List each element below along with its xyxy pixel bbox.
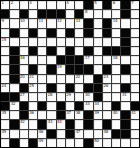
clue-number: 36 [29,111,34,115]
grid-cell-r15c4[interactable] [29,130,37,138]
block-cell-r8c6 [47,65,55,73]
grid-cell-r12c10[interactable]: 33 [84,102,92,110]
grid-cell-r7c15[interactable] [131,56,139,64]
clue-number: 4 [66,1,68,5]
grid-cell-r13c15[interactable]: 41 [131,111,139,119]
clue-number: 16 [20,56,25,60]
grid-cell-r13c6[interactable] [47,111,55,119]
grid-cell-r5c2[interactable] [10,38,18,46]
grid-cell-r4c11[interactable] [94,29,102,37]
clue-number: 45 [2,130,7,134]
block-cell-r10c3 [20,84,28,92]
block-cell-r2c6 [47,10,55,18]
block-cell-r14c14 [121,120,129,128]
grid-cell-r2c4[interactable] [29,10,37,18]
block-cell-r15c8 [66,130,74,138]
grid-cell-r14c1[interactable] [1,120,9,128]
block-cell-r12c13 [112,102,120,110]
grid-cell-r2c10[interactable]: 8 [84,10,92,18]
clue-number: 32 [11,102,16,106]
grid-cell-r3c8[interactable] [66,19,74,27]
grid-cell-r11c12[interactable] [103,93,111,101]
block-cell-r2c3 [20,10,28,18]
grid-cell-r9c6[interactable] [47,75,55,83]
clue-number: 1 [2,1,4,5]
grid-cell-r15c7[interactable] [57,130,65,138]
clue-number: 10 [20,19,25,23]
grid-cell-r14c15[interactable] [131,120,139,128]
clue-number: 31 [122,93,127,97]
grid-cell-r7c6[interactable] [47,56,55,64]
grid-cell-r11c15[interactable] [131,93,139,101]
grid-cell-r1c4[interactable]: 3 [29,1,37,9]
grid-cell-r13c12[interactable] [103,111,111,119]
block-cell-r10c11 [94,84,102,92]
grid-cell-r5c12[interactable] [103,38,111,46]
grid-cell-r7c5[interactable] [38,56,46,64]
grid-cell-r5c8[interactable] [66,38,74,46]
grid-cell-r9c14[interactable] [121,75,129,83]
clue-number: 25 [29,84,34,88]
grid-cell-r7c10[interactable]: 17 [84,56,92,64]
grid-cell-r11c13[interactable] [112,93,120,101]
grid-cell-r6c7[interactable] [57,47,65,55]
grid-cell-r5c4[interactable] [29,38,37,46]
block-cell-r7c9 [75,56,83,64]
grid-cell-r1c5[interactable] [38,1,46,9]
grid-cell-r11c9[interactable] [75,93,83,101]
block-cell-r8c9 [75,65,83,73]
clue-number: 38 [76,111,81,115]
grid-cell-r4c1[interactable] [1,29,9,37]
block-cell-r3c12 [103,19,111,27]
grid-cell-r14c3[interactable]: 42 [20,120,28,128]
block-cell-r14c8 [66,120,74,128]
block-cell-r16c2 [10,139,18,147]
clue-number: 30 [85,93,90,97]
grid-cell-r7c4[interactable] [29,56,37,64]
block-cell-r9c11 [94,75,102,83]
block-cell-r12c7 [57,102,65,110]
grid-cell-r13c8[interactable]: 37 [66,111,74,119]
block-cell-r10c6 [47,84,55,92]
block-cell-r10c14 [121,84,129,92]
grid-cell-r5c15[interactable] [131,38,139,46]
clue-number: 2 [11,1,13,5]
block-cell-r9c2 [10,75,18,83]
grid-cell-r1c2[interactable]: 2 [10,1,18,9]
grid-cell-r14c4[interactable] [29,120,37,128]
block-cell-r7c7 [57,56,65,64]
clue-number: 14 [113,19,118,23]
grid-cell-r7c12[interactable] [103,56,111,64]
block-cell-r1c14 [121,1,129,9]
block-cell-r3c10 [84,19,92,27]
block-cell-r12c9 [75,102,83,110]
grid-cell-r12c8[interactable] [66,102,74,110]
grid-cell-r12c14[interactable] [121,102,129,110]
grid-cell-r15c5[interactable]: 46 [38,130,46,138]
grid-cell-r14c11[interactable] [94,120,102,128]
grid-cell-r1c13[interactable]: 6 [112,1,120,9]
clue-number: 21 [29,75,34,79]
grid-cell-r9c9[interactable]: 22 [75,75,83,83]
grid-cell-r1c15[interactable]: 7 [131,1,139,9]
block-cell-r16c4 [29,139,37,147]
grid-cell-r15c1[interactable]: 45 [1,130,9,138]
clue-number: 43 [48,120,53,124]
block-cell-r13c7 [57,111,65,119]
grid-cell-r13c9[interactable]: 38 [75,111,83,119]
block-cell-r10c8 [66,84,74,92]
clue-number: 49 [39,139,44,143]
grid-cell-r7c11[interactable] [94,56,102,64]
clue-number: 15 [2,38,7,42]
block-cell-r12c1 [1,102,9,110]
grid-cell-r16c8[interactable] [66,139,74,147]
grid-cell-r2c12[interactable] [103,10,111,18]
grid-cell-r16c12[interactable] [103,139,111,147]
grid-cell-r10c1[interactable]: 24 [1,84,9,92]
grid-cell-r6c3[interactable] [20,47,28,55]
block-cell-r6c4 [29,47,37,55]
block-cell-r14c12 [103,120,111,128]
clue-number: 35 [2,111,7,115]
grid-cell-r3c13[interactable]: 14 [112,19,120,27]
clue-number: 29 [66,93,71,97]
grid-cell-r3c7[interactable]: 12 [57,19,65,27]
grid-cell-r5c9[interactable] [75,38,83,46]
block-cell-r5c14 [121,38,129,46]
block-cell-r12c3 [20,102,28,110]
grid-cell-r11c6[interactable]: 28 [47,93,55,101]
block-cell-r8c4 [29,65,37,73]
grid-cell-r13c13[interactable]: 40 [112,111,120,119]
grid-cell-r4c13[interactable] [112,29,120,37]
clue-number: 3 [29,1,31,5]
grid-cell-r15c9[interactable]: 47 [75,130,83,138]
grid-cell-r2c2[interactable] [10,10,18,18]
grid-cell-r16c14[interactable] [121,139,129,147]
clue-number: 50 [94,139,99,143]
grid-cell-r13c4[interactable]: 36 [29,111,37,119]
block-cell-r2c1 [1,10,9,18]
clue-number: 44 [57,120,62,124]
block-cell-r12c15 [131,102,139,110]
block-cell-r8c2 [10,65,18,73]
block-cell-r16c10 [84,139,92,147]
grid-cell-r5c1[interactable]: 15 [1,38,9,46]
clue-number: 26 [103,84,108,88]
grid-cell-r11c14[interactable]: 31 [121,93,129,101]
grid-cell-r5c13[interactable] [112,38,120,46]
grid-cell-r6c15[interactable] [131,47,139,55]
grid-cell-r3c15[interactable] [131,19,139,27]
grid-cell-r8c11[interactable] [94,65,102,73]
grid-cell-r9c5[interactable] [38,75,46,83]
block-cell-r12c5 [38,102,46,110]
grid-cell-r2c8[interactable] [66,10,74,18]
block-cell-r4c2 [10,29,18,37]
grid-cell-r10c5[interactable] [38,84,46,92]
block-cell-r8c10 [84,65,92,73]
grid-cell-r1c6[interactable] [47,1,55,9]
grid-cell-r3c2[interactable] [10,19,18,27]
clue-number: 11 [39,19,44,23]
grid-cell-r6c11[interactable] [94,47,102,55]
grid-cell-r15c10[interactable] [84,130,92,138]
block-cell-r2c7 [57,10,65,18]
block-cell-r11c1 [1,93,9,101]
grid-cell-r11c3[interactable]: 27 [20,93,28,101]
block-cell-r1c12 [103,1,111,9]
grid-cell-r16c6[interactable] [47,139,55,147]
block-cell-r8c8 [66,65,74,73]
block-cell-r4c8 [66,29,74,37]
clue-number: 28 [48,93,53,97]
clue-number: 46 [39,130,44,134]
clue-number: 13 [76,19,81,23]
block-cell-r11c11 [94,93,102,101]
block-cell-r10c10 [84,84,92,92]
grid-cell-r14c9[interactable] [75,120,83,128]
grid-cell-r12c11[interactable]: 34 [94,102,102,110]
grid-cell-r9c4[interactable]: 21 [29,75,37,83]
grid-cell-r12c4[interactable] [29,102,37,110]
grid-cell-r3c1[interactable]: 9 [1,19,9,27]
grid-cell-r16c11[interactable]: 50 [94,139,102,147]
grid-cell-r3c4[interactable] [29,19,37,27]
grid-cell-r16c9[interactable] [75,139,83,147]
grid-cell-r16c3[interactable] [20,139,28,147]
clue-number: 8 [85,10,87,14]
clue-number: 42 [20,120,25,124]
block-cell-r4c14 [121,29,129,37]
grid-cell-r13c2[interactable] [10,111,18,119]
block-cell-r13c14 [121,111,129,119]
grid-cell-r8c7[interactable]: 19 [57,65,65,73]
grid-cell-r5c10[interactable] [84,38,92,46]
grid-cell-r10c13[interactable] [112,84,120,92]
clue-number: 7 [131,1,133,5]
grid-cell-r9c10[interactable] [84,75,92,83]
grid-cell-r13c11[interactable]: 39 [94,111,102,119]
grid-cell-r13c1[interactable]: 35 [1,111,9,119]
grid-cell-r5c6[interactable] [47,38,55,46]
clue-number: 24 [2,84,7,88]
block-cell-r14c2 [10,120,18,128]
grid-cell-r10c4[interactable]: 25 [29,84,37,92]
grid-cell-r9c1[interactable] [1,75,9,83]
clue-number: 9 [2,19,4,23]
block-cell-r7c8 [66,56,74,64]
block-cell-r11c2 [10,93,18,101]
grid-cell-r14c13[interactable] [112,120,120,128]
grid-cell-r15c12[interactable]: 48 [103,130,111,138]
grid-cell-r16c5[interactable]: 49 [38,139,46,147]
grid-cell-r6c1[interactable] [1,47,9,55]
clue-number: 37 [66,111,71,115]
clue-number: 41 [131,111,136,115]
grid-cell-r15c15[interactable] [131,130,139,138]
grid-cell-r11c8[interactable]: 29 [66,93,74,101]
clue-number: 12 [57,19,62,23]
grid-cell-r4c7[interactable] [57,29,65,37]
grid-cell-r16c13[interactable] [112,139,120,147]
block-cell-r1c10 [84,1,92,9]
grid-cell-r8c15[interactable] [131,65,139,73]
grid-cell-r1c9[interactable] [75,1,83,9]
grid-cell-r7c3[interactable]: 16 [20,56,28,64]
block-cell-r13c3 [20,111,28,119]
grid-cell-r5c11[interactable] [94,38,102,46]
grid-cell-r1c7[interactable] [57,1,65,9]
grid-cell-r16c1[interactable] [1,139,9,147]
grid-cell-r5c3[interactable] [20,38,28,46]
grid-cell-r6c9[interactable] [75,47,83,55]
clue-number: 19 [57,65,62,69]
block-cell-r7c2 [10,56,18,64]
grid-cell-r13c5[interactable] [38,111,46,119]
grid-cell-r1c1[interactable]: 1 [1,1,9,9]
grid-cell-r6c5[interactable] [38,47,46,55]
block-cell-r4c4 [29,29,37,37]
block-cell-r2c5 [38,10,46,18]
grid-cell-r11c4[interactable] [29,93,37,101]
grid-cell-r2c11[interactable] [94,10,102,18]
grid-cell-r3c14[interactable] [121,19,129,27]
grid-cell-r15c2[interactable] [10,130,18,138]
grid-cell-r1c8[interactable]: 4 [66,1,74,9]
grid-cell-r15c3[interactable] [20,130,28,138]
grid-cell-r1c11[interactable]: 5 [94,1,102,9]
grid-cell-r11c10[interactable]: 30 [84,93,92,101]
grid-cell-r9c13[interactable] [112,75,120,83]
block-cell-r8c12 [103,65,111,73]
block-cell-r6c6 [47,47,55,55]
grid-cell-r12c6[interactable] [47,102,55,110]
block-cell-r6c8 [66,47,74,55]
grid-cell-r10c12[interactable]: 26 [103,84,111,92]
grid-cell-r8c5[interactable] [38,65,46,73]
clue-number: 17 [85,56,90,60]
grid-cell-r3c3[interactable]: 10 [20,19,28,27]
grid-cell-r4c9[interactable] [75,29,83,37]
block-cell-r6c2 [10,47,18,55]
grid-cell-r16c15[interactable] [131,139,139,147]
grid-cell-r2c15[interactable] [131,10,139,18]
grid-cell-r7c14[interactable] [121,56,129,64]
grid-cell-r3c11[interactable] [94,19,102,27]
grid-cell-r8c1[interactable] [1,65,9,73]
clue-number: 5 [94,1,96,5]
grid-cell-r16c7[interactable] [57,139,65,147]
clue-number: 18 [113,56,118,60]
clue-number: 22 [76,75,81,79]
grid-cell-r5c7[interactable] [57,38,65,46]
block-cell-r6c12 [103,47,111,55]
block-cell-r2c14 [121,10,129,18]
grid-cell-r10c2[interactable] [10,84,18,92]
grid-cell-r4c5[interactable] [38,29,46,37]
grid-cell-r10c7[interactable] [57,84,65,92]
grid-cell-r9c7[interactable] [57,75,65,83]
grid-cell-r4c3[interactable] [20,29,28,37]
grid-cell-r3c9[interactable]: 13 [75,19,83,27]
grid-cell-r8c3[interactable] [20,65,28,73]
clue-number: 6 [113,1,115,5]
grid-cell-r2c13[interactable] [112,10,120,18]
block-cell-r6c14 [121,47,129,55]
block-cell-r13c10 [84,111,92,119]
block-cell-r15c14 [121,130,129,138]
block-cell-r2c9 [75,10,83,18]
block-cell-r14c10 [84,120,92,128]
grid-cell-r3c6[interactable] [47,19,55,27]
clue-number: 34 [94,102,99,106]
clue-number: 40 [113,111,118,115]
clue-number: 39 [94,111,99,115]
grid-cell-r10c15[interactable] [131,84,139,92]
block-cell-r15c13 [112,130,120,138]
block-cell-r15c6 [47,130,55,138]
block-cell-r14c5 [38,120,46,128]
clue-number: 20 [20,75,25,79]
clue-number: 47 [76,130,81,134]
crossword-board: 1234567891011121314151617181920212223242… [0,0,140,148]
block-cell-r4c12 [103,29,111,37]
grid-cell-r9c12[interactable]: 23 [103,75,111,83]
grid-cell-r9c15[interactable] [131,75,139,83]
grid-cell-r14c6[interactable]: 43 [47,120,55,128]
grid-cell-r12c12[interactable] [103,102,111,110]
grid-cell-r15c11[interactable] [94,130,102,138]
block-cell-r4c6 [47,29,55,37]
block-cell-r6c13 [112,47,120,55]
grid-cell-r1c3[interactable] [20,1,28,9]
block-cell-r8c14 [121,65,129,73]
block-cell-r6c10 [84,47,92,55]
clue-number: 33 [85,102,90,106]
grid-cell-r11c5[interactable] [38,93,46,101]
grid-cell-r7c1[interactable] [1,56,9,64]
grid-cell-r10c9[interactable] [75,84,83,92]
grid-cell-r14c7[interactable]: 44 [57,120,65,128]
block-cell-r4c10 [84,29,92,37]
grid-cell-r4c15[interactable] [131,29,139,37]
grid-cell-r11c7[interactable] [57,93,65,101]
grid-cell-r12c2[interactable]: 32 [10,102,18,110]
clue-number: 23 [103,75,108,79]
clue-number: 48 [103,130,108,134]
grid-cell-r7c13[interactable]: 18 [112,56,120,64]
grid-cell-r3c5[interactable]: 11 [38,19,46,27]
grid-cell-r9c8[interactable] [66,75,74,83]
grid-cell-r9c3[interactable]: 20 [20,75,28,83]
grid-cell-r5c5[interactable] [38,38,46,46]
clue-number: 27 [20,93,25,97]
grid-cell-r8c13[interactable] [112,65,120,73]
